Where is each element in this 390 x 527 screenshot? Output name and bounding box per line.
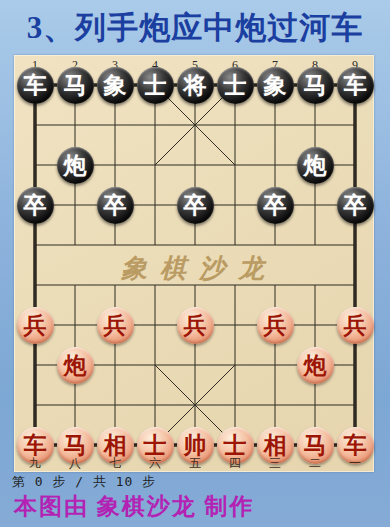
black-p-piece[interactable]: 卒 xyxy=(177,187,214,224)
file-label-bottom: 四 xyxy=(215,456,255,470)
credit-text: 本图由 象棋沙龙 制作 xyxy=(14,491,390,522)
file-label-bottom: 三 xyxy=(255,456,295,470)
file-label-bottom: 七 xyxy=(95,456,135,470)
red-p-piece[interactable]: 兵 xyxy=(257,307,294,344)
black-k-piece[interactable]: 将 xyxy=(177,67,214,104)
black-p-piece[interactable]: 卒 xyxy=(257,187,294,224)
black-p-piece[interactable]: 卒 xyxy=(97,187,134,224)
black-r-piece[interactable]: 车 xyxy=(17,67,54,104)
black-c-piece[interactable]: 炮 xyxy=(297,147,334,184)
black-b-piece[interactable]: 象 xyxy=(257,67,294,104)
black-n-piece[interactable]: 马 xyxy=(57,67,94,104)
red-p-piece[interactable]: 兵 xyxy=(17,307,54,344)
red-p-piece[interactable]: 兵 xyxy=(337,307,374,344)
red-c-piece[interactable]: 炮 xyxy=(297,347,334,384)
black-n-piece[interactable]: 马 xyxy=(297,67,334,104)
status-text: 第 0 步 / 共 10 步 xyxy=(12,473,388,491)
file-label-bottom: 六 xyxy=(135,456,175,470)
file-label-bottom: 二 xyxy=(295,456,335,470)
black-a-piece[interactable]: 士 xyxy=(137,67,174,104)
red-p-piece[interactable]: 兵 xyxy=(97,307,134,344)
file-labels-bottom: 九八七六五四三二一 xyxy=(15,456,375,470)
black-c-piece[interactable]: 炮 xyxy=(57,147,94,184)
file-label-bottom: 九 xyxy=(15,456,55,470)
black-r-piece[interactable]: 车 xyxy=(337,67,374,104)
page-title: 3、列手炮应中炮过河车 xyxy=(0,0,390,55)
black-b-piece[interactable]: 象 xyxy=(97,67,134,104)
red-p-piece[interactable]: 兵 xyxy=(177,307,214,344)
piece-layer: 车马象士将士象马车炮炮卒卒卒卒卒兵兵兵兵兵炮炮车马相士帅士相马车 xyxy=(15,65,375,465)
file-label-bottom: 五 xyxy=(175,456,215,470)
black-a-piece[interactable]: 士 xyxy=(217,67,254,104)
black-p-piece[interactable]: 卒 xyxy=(337,187,374,224)
red-c-piece[interactable]: 炮 xyxy=(57,347,94,384)
file-label-bottom: 八 xyxy=(55,456,95,470)
black-p-piece[interactable]: 卒 xyxy=(17,187,54,224)
file-label-bottom: 一 xyxy=(335,456,375,470)
xiangqi-board: 123456789 象棋沙龙 车马象士将士象马车炮炮卒卒卒卒卒兵兵兵兵兵炮炮车马… xyxy=(14,55,374,472)
